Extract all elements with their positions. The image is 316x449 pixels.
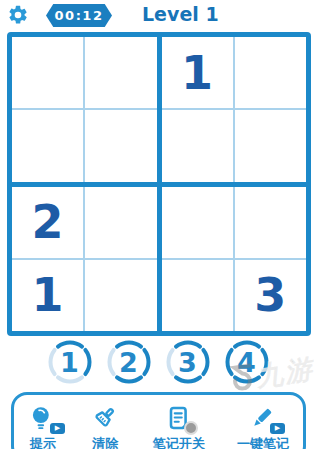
cell-r1c2[interactable] xyxy=(85,37,156,108)
notes-toggle-label: 笔记开关 xyxy=(153,435,205,449)
notes-toggle-icon xyxy=(164,404,194,432)
number-button-1-digit: 1 xyxy=(47,339,93,385)
hint-bulb-icon: ▶ xyxy=(28,404,58,432)
cell-r1c3[interactable]: 1 xyxy=(162,37,233,108)
clear-button[interactable]: 清除 xyxy=(90,404,120,449)
number-button-2[interactable]: 2 xyxy=(106,339,152,385)
box-0-1: 1 xyxy=(162,37,307,182)
clear-brush-icon xyxy=(90,404,120,432)
cell-r3c2[interactable] xyxy=(85,187,156,258)
video-play-badge: ▶ xyxy=(50,423,65,434)
cell-r3c1[interactable]: 2 xyxy=(12,187,83,258)
auto-notes-pencil-icon: ▶ xyxy=(248,404,278,432)
number-pad: 1234 xyxy=(0,339,316,385)
box-1-0: 21 xyxy=(12,187,157,332)
toggle-off-dot xyxy=(184,421,198,435)
settings-button[interactable] xyxy=(7,4,29,26)
number-button-4-digit: 4 xyxy=(224,339,270,385)
cell-r1c4[interactable] xyxy=(235,37,306,108)
cell-r4c1[interactable]: 1 xyxy=(12,260,83,331)
sudoku-app: 00:12 Level 1 1213 1234 ▶ 提示 xyxy=(0,0,316,449)
hint-button[interactable]: ▶ 提示 xyxy=(28,404,58,449)
cell-r3c4[interactable] xyxy=(235,187,306,258)
cell-r1c1[interactable] xyxy=(12,37,83,108)
number-button-4[interactable]: 4 xyxy=(224,339,270,385)
clear-label: 清除 xyxy=(92,435,118,449)
timer-badge: 00:12 xyxy=(46,4,112,27)
cell-r2c3[interactable] xyxy=(162,110,233,181)
cell-r2c1[interactable] xyxy=(12,110,83,181)
notes-toggle-button[interactable]: 笔记开关 xyxy=(153,404,205,449)
number-button-3[interactable]: 3 xyxy=(165,339,211,385)
number-button-1[interactable]: 1 xyxy=(47,339,93,385)
cell-r2c4[interactable] xyxy=(235,110,306,181)
box-0-0 xyxy=(12,37,157,182)
cell-r3c3[interactable] xyxy=(162,187,233,258)
gear-icon xyxy=(7,11,29,30)
number-button-3-digit: 3 xyxy=(165,339,211,385)
sudoku-board: 1213 xyxy=(7,32,311,336)
timer-value: 00:12 xyxy=(55,8,104,23)
number-button-2-digit: 2 xyxy=(106,339,152,385)
auto-notes-label: 一键笔记 xyxy=(237,435,289,449)
cell-r4c4[interactable]: 3 xyxy=(235,260,306,331)
video-play-badge: ▶ xyxy=(270,423,285,434)
level-title: Level 1 xyxy=(142,3,219,25)
hint-label: 提示 xyxy=(30,435,56,449)
cell-r4c3[interactable] xyxy=(162,260,233,331)
bottom-toolbar: ▶ 提示 清除 xyxy=(11,392,306,449)
cell-r4c2[interactable] xyxy=(85,260,156,331)
cell-r2c2[interactable] xyxy=(85,110,156,181)
auto-notes-button[interactable]: ▶ 一键笔记 xyxy=(237,404,289,449)
box-1-1: 3 xyxy=(162,187,307,332)
